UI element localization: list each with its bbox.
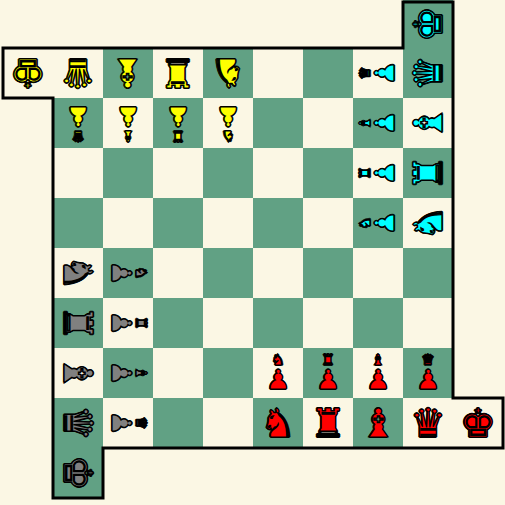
square-h6[interactable]: ♜ — [403, 148, 453, 198]
pawn-body-icon: ♟ — [166, 103, 190, 130]
pawn-body-icon: ♟ — [316, 366, 340, 393]
bishop-icon: ♝ — [110, 53, 146, 93]
pawn-body-icon: ♟ — [108, 361, 135, 385]
red-pawn-queen[interactable]: ♛♟ — [416, 353, 440, 393]
square-g6[interactable]: ♜♟ — [353, 148, 403, 198]
red-pawn-rook[interactable]: ♜♟ — [316, 353, 340, 393]
pawn-body-icon: ♟ — [416, 366, 440, 393]
pawn-body-icon: ♟ — [108, 261, 135, 285]
square-g2[interactable]: ♝♟ — [353, 348, 403, 398]
red-pawn-knight[interactable]: ♞♟ — [266, 353, 290, 393]
red-queen[interactable]: ♛ — [410, 403, 446, 443]
square-f6[interactable] — [303, 148, 353, 198]
square-d2[interactable] — [203, 348, 253, 398]
square-b7[interactable]: ♝♟ — [103, 98, 153, 148]
pawn-body-icon: ♟ — [108, 411, 135, 435]
square-e1[interactable]: ♞ — [253, 398, 303, 448]
yellow-rook[interactable]: ♜ — [160, 53, 196, 93]
square-d6[interactable] — [203, 148, 253, 198]
pawn-body-icon: ♟ — [266, 366, 290, 393]
king-icon: ♚ — [10, 53, 46, 93]
rook-icon: ♜ — [408, 155, 448, 191]
cyan-pawn-rook[interactable]: ♜♟ — [358, 161, 398, 185]
square-h1[interactable]: ♛ — [403, 398, 453, 448]
cyan-pawn-bishop[interactable]: ♝♟ — [358, 111, 398, 135]
square-g7[interactable]: ♝♟ — [353, 98, 403, 148]
king-icon: ♚ — [58, 455, 98, 491]
square-c2[interactable] — [153, 348, 203, 398]
cyan-bishop[interactable]: ♝ — [408, 105, 448, 141]
queen-icon: ♛ — [60, 53, 96, 93]
king-icon: ♚ — [460, 403, 496, 443]
red-knight[interactable]: ♞ — [260, 403, 296, 443]
square-a5[interactable] — [53, 198, 103, 248]
square-h8[interactable]: ♛ — [403, 48, 453, 98]
yellow-queen[interactable]: ♛ — [60, 53, 96, 93]
knight-icon: ♞ — [210, 53, 246, 93]
king-icon: ♚ — [408, 6, 448, 42]
square-c4[interactable] — [153, 248, 203, 298]
gray-pawn-knight[interactable]: ♞♟ — [108, 261, 148, 285]
square-d7[interactable]: ♞♟ — [203, 98, 253, 148]
square-c1[interactable] — [153, 398, 203, 448]
gray-queen[interactable]: ♛ — [58, 405, 98, 441]
square-d5[interactable] — [203, 198, 253, 248]
square-g3[interactable] — [353, 298, 403, 348]
yellow-pawn-bishop[interactable]: ♝♟ — [116, 103, 140, 143]
pawn-body-icon: ♟ — [116, 103, 140, 130]
bishop-icon: ♝ — [360, 403, 396, 443]
queen-icon: ♛ — [410, 403, 446, 443]
game-window: ♛♝♜♞♛♟♛♛♟♝♟♜♟♞♟♝♟♝♜♟♜♞♟♞♞♞♟♜♜♟♝♝♟♞♟♜♟♝♟♛… — [0, 0, 505, 505]
yellow-bishop[interactable]: ♝ — [110, 53, 146, 93]
square-a8[interactable]: ♛ — [53, 48, 103, 98]
pawn-body-icon: ♟ — [371, 111, 398, 135]
square-f5[interactable] — [303, 198, 353, 248]
yellow-pawn-knight[interactable]: ♞♟ — [216, 103, 240, 143]
square-c7[interactable]: ♜♟ — [153, 98, 203, 148]
square-f1[interactable]: ♜ — [303, 398, 353, 448]
square-e6[interactable] — [253, 148, 303, 198]
yellow-king[interactable]: ♚ — [10, 53, 46, 93]
cyan-pawn-knight[interactable]: ♞♟ — [358, 211, 398, 235]
queen-icon: ♛ — [408, 55, 448, 91]
pawn-body-icon: ♟ — [66, 103, 90, 130]
gray-pawn-bishop[interactable]: ♝♟ — [108, 361, 148, 385]
pawn-body-icon: ♟ — [216, 103, 240, 130]
square-b8[interactable]: ♝ — [103, 48, 153, 98]
yellow-king-extension-square[interactable]: ♚ — [3, 48, 53, 98]
knight-icon: ♞ — [260, 403, 296, 443]
square-d8[interactable]: ♞ — [203, 48, 253, 98]
square-a3[interactable]: ♜ — [53, 298, 103, 348]
square-b1[interactable]: ♛♟ — [103, 398, 153, 448]
square-b3[interactable]: ♜♟ — [103, 298, 153, 348]
gray-king[interactable]: ♚ — [58, 455, 98, 491]
gray-pawn-queen[interactable]: ♛♟ — [108, 411, 148, 435]
cyan-rook[interactable]: ♜ — [408, 155, 448, 191]
bishop-icon: ♝ — [408, 105, 448, 141]
gray-knight[interactable]: ♞ — [58, 255, 98, 291]
cyan-knight[interactable]: ♞ — [408, 205, 448, 241]
square-f7[interactable] — [303, 98, 353, 148]
square-h2[interactable]: ♛♟ — [403, 348, 453, 398]
square-h5[interactable]: ♞ — [403, 198, 453, 248]
pawn-body-icon: ♟ — [371, 161, 398, 185]
square-c3[interactable] — [153, 298, 203, 348]
yellow-pawn-queen[interactable]: ♛♟ — [66, 103, 90, 143]
queen-icon: ♛ — [58, 405, 98, 441]
square-h7[interactable]: ♝ — [403, 98, 453, 148]
red-pawn-bishop[interactable]: ♝♟ — [366, 353, 390, 393]
gray-rook[interactable]: ♜ — [58, 305, 98, 341]
red-bishop[interactable]: ♝ — [360, 403, 396, 443]
rook-icon: ♜ — [58, 305, 98, 341]
square-e3[interactable] — [253, 298, 303, 348]
cyan-king[interactable]: ♚ — [408, 6, 448, 42]
square-a4[interactable]: ♞ — [53, 248, 103, 298]
gray-bishop[interactable]: ♝ — [58, 355, 98, 391]
square-d1[interactable] — [203, 398, 253, 448]
pawn-body-icon: ♟ — [371, 61, 398, 85]
knight-icon: ♞ — [58, 255, 98, 291]
square-g4[interactable] — [353, 248, 403, 298]
bishop-icon: ♝ — [58, 355, 98, 391]
square-b5[interactable] — [103, 198, 153, 248]
square-d4[interactable] — [203, 248, 253, 298]
square-f4[interactable] — [303, 248, 353, 298]
cyan-king-extension-square[interactable]: ♚ — [403, 0, 453, 48]
square-e5[interactable] — [253, 198, 303, 248]
gray-pawn-rook[interactable]: ♜♟ — [108, 311, 148, 335]
board: ♛♝♜♞♛♟♛♛♟♝♟♜♟♞♟♝♟♝♜♟♜♞♟♞♞♞♟♜♜♟♝♝♟♞♟♜♟♝♟♛… — [0, 0, 505, 505]
red-king-extension-square[interactable]: ♚ — [453, 398, 503, 448]
square-a6[interactable] — [53, 148, 103, 198]
square-b6[interactable] — [103, 148, 153, 198]
square-c6[interactable] — [153, 148, 203, 198]
square-g1[interactable]: ♝ — [353, 398, 403, 448]
square-h4[interactable] — [403, 248, 453, 298]
cyan-queen[interactable]: ♛ — [408, 55, 448, 91]
square-e8[interactable] — [253, 48, 303, 98]
square-h3[interactable] — [403, 298, 453, 348]
yellow-knight[interactable]: ♞ — [210, 53, 246, 93]
square-f3[interactable] — [303, 298, 353, 348]
square-b2[interactable]: ♝♟ — [103, 348, 153, 398]
square-d3[interactable] — [203, 298, 253, 348]
square-b4[interactable]: ♞♟ — [103, 248, 153, 298]
cyan-pawn-queen[interactable]: ♛♟ — [358, 61, 398, 85]
knight-icon: ♞ — [408, 205, 448, 241]
square-f2[interactable]: ♜♟ — [303, 348, 353, 398]
rook-icon: ♜ — [310, 403, 346, 443]
square-g8[interactable]: ♛♟ — [353, 48, 403, 98]
square-a2[interactable]: ♝ — [53, 348, 103, 398]
square-f8[interactable] — [303, 48, 353, 98]
red-king[interactable]: ♚ — [460, 403, 496, 443]
square-c5[interactable] — [153, 198, 203, 248]
red-rook[interactable]: ♜ — [310, 403, 346, 443]
square-a7[interactable]: ♛♟ — [53, 98, 103, 148]
pawn-body-icon: ♟ — [108, 311, 135, 335]
square-e4[interactable] — [253, 248, 303, 298]
gray-king-extension-square[interactable]: ♚ — [53, 448, 103, 498]
square-c8[interactable]: ♜ — [153, 48, 203, 98]
square-g5[interactable]: ♞♟ — [353, 198, 403, 248]
pawn-body-icon: ♟ — [371, 211, 398, 235]
pawn-body-icon: ♟ — [366, 366, 390, 393]
square-e7[interactable] — [253, 98, 303, 148]
square-e2[interactable]: ♞♟ — [253, 348, 303, 398]
square-a1[interactable]: ♛ — [53, 398, 103, 448]
rook-icon: ♜ — [160, 53, 196, 93]
yellow-pawn-rook[interactable]: ♜♟ — [166, 103, 190, 143]
